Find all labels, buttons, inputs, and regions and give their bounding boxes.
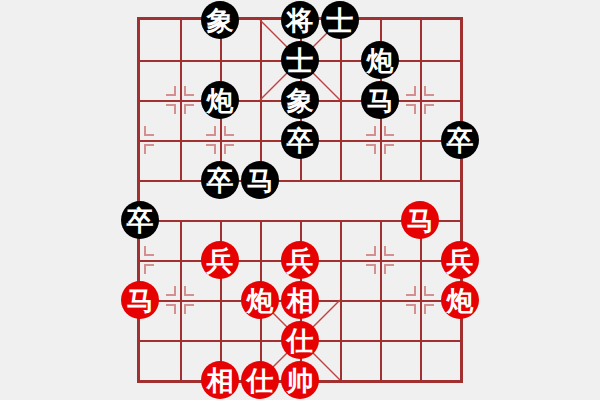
point-marker (384, 264, 394, 274)
point-marker (424, 86, 434, 96)
point-marker (384, 126, 394, 136)
piece-black-soldier[interactable]: 卒 (121, 201, 159, 239)
piece-red-soldier[interactable]: 兵 (441, 241, 479, 279)
point-marker (166, 286, 176, 296)
point-marker (184, 304, 194, 314)
point-marker (424, 104, 434, 114)
point-marker (206, 126, 216, 136)
point-marker (384, 246, 394, 256)
piece-red-horse[interactable]: 马 (121, 281, 159, 319)
point-marker (144, 126, 154, 136)
piece-red-advisor[interactable]: 仕 (241, 361, 279, 399)
point-marker (144, 264, 154, 274)
point-marker (166, 86, 176, 96)
piece-black-general[interactable]: 将 (281, 1, 319, 39)
piece-red-horse[interactable]: 马 (401, 201, 439, 239)
point-marker (406, 86, 416, 96)
piece-black-cannon[interactable]: 炮 (361, 41, 399, 79)
point-marker (406, 304, 416, 314)
point-marker (424, 286, 434, 296)
piece-black-horse[interactable]: 马 (241, 161, 279, 199)
point-marker (166, 304, 176, 314)
point-marker (366, 144, 376, 154)
piece-black-elephant[interactable]: 象 (201, 1, 239, 39)
xiangqi-board: 象将士士炮炮象马卒卒卒马卒马兵兵兵马炮相炮仕相仕帅 (137, 17, 463, 383)
point-marker (366, 246, 376, 256)
point-marker (184, 286, 194, 296)
xiangqi-screenshot: 象将士士炮炮象马卒卒卒马卒马兵兵兵马炮相炮仕相仕帅 (0, 0, 600, 400)
point-marker (406, 104, 416, 114)
point-marker (224, 126, 234, 136)
piece-red-soldier[interactable]: 兵 (281, 241, 319, 279)
piece-red-elephant[interactable]: 相 (281, 281, 319, 319)
piece-black-elephant[interactable]: 象 (281, 81, 319, 119)
piece-black-horse[interactable]: 马 (361, 81, 399, 119)
piece-black-soldier[interactable]: 卒 (281, 121, 319, 159)
piece-red-soldier[interactable]: 兵 (201, 241, 239, 279)
point-marker (406, 286, 416, 296)
piece-red-elephant[interactable]: 相 (201, 361, 239, 399)
piece-red-cannon[interactable]: 炮 (441, 281, 479, 319)
point-marker (144, 246, 154, 256)
piece-black-soldier[interactable]: 卒 (441, 121, 479, 159)
piece-black-cannon[interactable]: 炮 (201, 81, 239, 119)
point-marker (424, 304, 434, 314)
point-marker (366, 126, 376, 136)
piece-black-advisor[interactable]: 士 (321, 1, 359, 39)
point-marker (184, 86, 194, 96)
point-marker (206, 144, 216, 154)
piece-black-advisor[interactable]: 士 (281, 41, 319, 79)
point-marker (184, 104, 194, 114)
piece-red-cannon[interactable]: 炮 (241, 281, 279, 319)
point-marker (166, 104, 176, 114)
point-marker (366, 264, 376, 274)
piece-black-soldier[interactable]: 卒 (201, 161, 239, 199)
point-marker (384, 144, 394, 154)
point-marker (144, 144, 154, 154)
point-marker (224, 144, 234, 154)
piece-red-advisor[interactable]: 仕 (281, 321, 319, 359)
piece-red-general[interactable]: 帅 (281, 361, 319, 399)
